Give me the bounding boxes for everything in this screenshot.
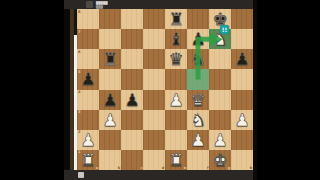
square-g2[interactable]: ♟ [209,130,231,150]
square-b2[interactable] [99,130,121,150]
piece-white-pawn[interactable]: ♟ [99,110,121,130]
square-e1[interactable]: ♜e [165,150,187,170]
square-c2[interactable] [121,130,143,150]
piece-black-pawn[interactable]: ♟ [231,49,253,69]
square-d6[interactable] [143,49,165,69]
piece-white-queen[interactable]: ♛ [187,90,209,110]
rank-label-2: 2 [78,130,81,134]
square-f6[interactable]: ♞ [187,49,209,69]
square-c1[interactable]: c [121,150,143,170]
square-g6[interactable] [209,49,231,69]
square-c6[interactable] [121,49,143,69]
piece-white-pawn[interactable]: ♟ [209,130,231,150]
piece-black-rook[interactable]: ♜ [99,49,121,69]
piece-black-pawn[interactable]: ♟ [187,29,209,49]
file-label-g: g [228,166,231,170]
square-d1[interactable]: d [143,150,165,170]
piece-black-rook[interactable]: ♜ [165,9,187,29]
piece-white-pawn[interactable]: ♟ [231,110,253,130]
square-e3[interactable] [165,110,187,130]
square-f8[interactable] [187,9,209,29]
square-e8[interactable]: ♜ [165,9,187,29]
square-b4[interactable]: ♟ [99,90,121,110]
square-h7[interactable] [231,29,253,49]
square-e7[interactable]: ♝ [165,29,187,49]
square-a5[interactable]: ♟5 [77,69,99,89]
file-label-f: f [207,166,209,170]
square-c3[interactable] [121,110,143,130]
square-d8[interactable] [143,9,165,29]
square-a1[interactable]: ♜1a [77,150,99,170]
square-f5[interactable] [187,69,209,89]
top-player-bar: █████ ███ [64,0,253,9]
square-f2[interactable]: ♟ [187,130,209,150]
square-e6[interactable]: ♛ [165,49,187,69]
bottom-player-bar: ███████ ████ [64,170,253,180]
rank-label-1: 1 [78,150,81,154]
square-b5[interactable] [99,69,121,89]
square-b8[interactable] [99,9,121,29]
square-c7[interactable] [121,29,143,49]
square-e5[interactable] [165,69,187,89]
brilliant-move-badge: !! [220,25,229,34]
piece-black-queen[interactable]: ♛ [165,49,187,69]
square-h2[interactable] [231,130,253,150]
piece-white-pawn[interactable]: ♟ [187,130,209,150]
square-a2[interactable]: ♟2 [77,130,99,150]
square-f4[interactable]: ♛ [187,90,209,110]
square-a7[interactable]: 7 [77,29,99,49]
square-d2[interactable] [143,130,165,150]
square-d5[interactable] [143,69,165,89]
piece-black-bishop[interactable]: ♝ [165,29,187,49]
top-player-subtext: ███ [96,5,103,8]
piece-black-knight[interactable]: ♞ [187,49,209,69]
square-h1[interactable]: h [231,150,253,170]
rank-label-3: 3 [78,110,81,114]
top-player-avatar-icon [86,1,93,8]
square-g5[interactable] [209,69,231,89]
square-g3[interactable] [209,110,231,130]
piece-white-knight[interactable]: ♞ [187,110,209,130]
square-g4[interactable] [209,90,231,110]
piece-black-pawn[interactable]: ♟ [99,90,121,110]
square-a6[interactable]: 6 [77,49,99,69]
square-b3[interactable]: ♟ [99,110,121,130]
piece-black-pawn[interactable]: ♟ [121,90,143,110]
square-h6[interactable]: ♟ [231,49,253,69]
rank-label-6: 6 [78,50,81,54]
square-c4[interactable]: ♟ [121,90,143,110]
square-h5[interactable] [231,69,253,89]
rank-label-8: 8 [78,10,81,14]
square-g1[interactable]: ♚g [209,150,231,170]
square-h8[interactable] [231,9,253,29]
square-d3[interactable] [143,110,165,130]
square-a8[interactable]: 8 [77,9,99,29]
square-c8[interactable] [121,9,143,29]
square-c5[interactable] [121,69,143,89]
file-label-c: c [140,166,142,170]
square-a3[interactable]: 3 [77,110,99,130]
square-e4[interactable]: ♟ [165,90,187,110]
square-b1[interactable]: b [99,150,121,170]
bottom-player-avatar-icon [78,172,84,178]
square-a4[interactable]: 4 [77,90,99,110]
square-d7[interactable] [143,29,165,49]
square-f1[interactable]: f [187,150,209,170]
file-label-b: b [118,166,121,170]
rank-label-4: 4 [78,90,81,94]
square-d4[interactable] [143,90,165,110]
square-b7[interactable] [99,29,121,49]
app-window: █████ ███ 8♜♚7♝♟♞6♜♛♞♟♟54♟♟♟♛3♟♞♟♟2♟♟♜1a… [64,0,257,180]
screenshot-canvas: █████ ███ 8♜♚7♝♟♞6♜♛♞♟♟54♟♟♟♛3♟♞♟♟2♟♟♜1a… [0,0,320,180]
chess-board[interactable]: 8♜♚7♝♟♞6♜♛♞♟♟54♟♟♟♛3♟♞♟♟2♟♟♜1abcd♜ef♚gh … [77,9,253,170]
file-label-d: d [162,166,165,170]
piece-white-pawn[interactable]: ♟ [165,90,187,110]
square-f7[interactable]: ♟ [187,29,209,49]
rank-label-5: 5 [78,70,81,74]
square-h4[interactable] [231,90,253,110]
rank-label-7: 7 [78,30,81,34]
square-b6[interactable]: ♜ [99,49,121,69]
file-label-h: h [250,166,253,170]
square-h3[interactable]: ♟ [231,110,253,130]
square-e2[interactable] [165,130,187,150]
square-f3[interactable]: ♞ [187,110,209,130]
